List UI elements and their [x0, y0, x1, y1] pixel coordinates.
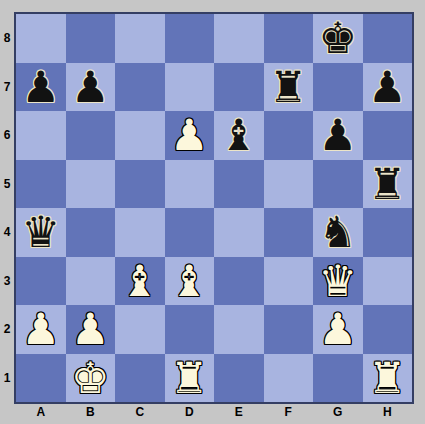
square-e3[interactable] — [214, 257, 264, 306]
square-b4[interactable] — [66, 208, 116, 257]
black-king[interactable]: ♚ — [313, 14, 363, 63]
rank-label-5: 5 — [0, 160, 14, 209]
square-c6[interactable] — [115, 111, 165, 160]
file-label-g: G — [313, 402, 363, 422]
square-b8[interactable] — [66, 14, 116, 63]
square-b7[interactable]: ♟ — [66, 63, 116, 112]
white-queen[interactable]: ♛ — [313, 257, 363, 306]
square-a6[interactable] — [16, 111, 66, 160]
file-label-b: B — [66, 402, 116, 422]
square-h4[interactable] — [363, 208, 413, 257]
square-g2[interactable]: ♟ — [313, 305, 363, 354]
white-bishop[interactable]: ♝ — [115, 257, 165, 306]
square-f4[interactable] — [264, 208, 314, 257]
square-c1[interactable] — [115, 354, 165, 403]
square-a5[interactable] — [16, 160, 66, 209]
square-h3[interactable] — [363, 257, 413, 306]
file-label-c: C — [115, 402, 165, 422]
white-pawn[interactable]: ♟ — [165, 111, 215, 160]
square-d1[interactable]: ♜ — [165, 354, 215, 403]
white-pawn[interactable]: ♟ — [16, 305, 66, 354]
file-label-a: A — [16, 402, 66, 422]
square-c4[interactable] — [115, 208, 165, 257]
rank-label-1: 1 — [0, 354, 14, 403]
square-g4[interactable]: ♞ — [313, 208, 363, 257]
square-a3[interactable] — [16, 257, 66, 306]
white-king[interactable]: ♚ — [66, 354, 116, 403]
square-e1[interactable] — [214, 354, 264, 403]
rank-label-6: 6 — [0, 111, 14, 160]
square-b6[interactable] — [66, 111, 116, 160]
square-d6[interactable]: ♟ — [165, 111, 215, 160]
square-b5[interactable] — [66, 160, 116, 209]
square-c5[interactable] — [115, 160, 165, 209]
square-a4[interactable]: ♛ — [16, 208, 66, 257]
square-h5[interactable]: ♜ — [363, 160, 413, 209]
black-knight[interactable]: ♞ — [313, 208, 363, 257]
square-g1[interactable] — [313, 354, 363, 403]
square-d7[interactable] — [165, 63, 215, 112]
square-a7[interactable]: ♟ — [16, 63, 66, 112]
black-rook[interactable]: ♜ — [264, 63, 314, 112]
rank-label-2: 2 — [0, 305, 14, 354]
black-pawn[interactable]: ♟ — [313, 111, 363, 160]
square-c2[interactable] — [115, 305, 165, 354]
square-f7[interactable]: ♜ — [264, 63, 314, 112]
black-bishop[interactable]: ♝ — [214, 111, 264, 160]
square-g7[interactable] — [313, 63, 363, 112]
square-a2[interactable]: ♟ — [16, 305, 66, 354]
square-e6[interactable]: ♝ — [214, 111, 264, 160]
file-label-d: D — [165, 402, 215, 422]
square-f2[interactable] — [264, 305, 314, 354]
square-g8[interactable]: ♚ — [313, 14, 363, 63]
square-f5[interactable] — [264, 160, 314, 209]
square-f6[interactable] — [264, 111, 314, 160]
square-e4[interactable] — [214, 208, 264, 257]
square-b1[interactable]: ♚ — [66, 354, 116, 403]
square-b2[interactable]: ♟ — [66, 305, 116, 354]
square-h1[interactable]: ♜ — [363, 354, 413, 403]
white-rook[interactable]: ♜ — [165, 354, 215, 403]
black-rook[interactable]: ♜ — [363, 160, 413, 209]
rank-label-7: 7 — [0, 63, 14, 112]
square-a1[interactable] — [16, 354, 66, 403]
chess-diagram: 87654321 ♚♟♟♜♟♟♝♟♜♛♞♝♝♛♟♟♟♚♜♜ ABCDEFGH — [0, 0, 425, 424]
white-bishop[interactable]: ♝ — [165, 257, 215, 306]
black-queen[interactable]: ♛ — [16, 208, 66, 257]
square-f1[interactable] — [264, 354, 314, 403]
square-h6[interactable] — [363, 111, 413, 160]
square-g6[interactable]: ♟ — [313, 111, 363, 160]
square-g3[interactable]: ♛ — [313, 257, 363, 306]
white-pawn[interactable]: ♟ — [313, 305, 363, 354]
square-c3[interactable]: ♝ — [115, 257, 165, 306]
square-d3[interactable]: ♝ — [165, 257, 215, 306]
black-pawn[interactable]: ♟ — [363, 63, 413, 112]
square-b3[interactable] — [66, 257, 116, 306]
square-e8[interactable] — [214, 14, 264, 63]
rank-label-8: 8 — [0, 14, 14, 63]
square-f8[interactable] — [264, 14, 314, 63]
square-d4[interactable] — [165, 208, 215, 257]
rank-label-3: 3 — [0, 257, 14, 306]
file-labels: ABCDEFGH — [16, 402, 412, 422]
square-d5[interactable] — [165, 160, 215, 209]
white-pawn[interactable]: ♟ — [66, 305, 116, 354]
square-a8[interactable] — [16, 14, 66, 63]
square-c8[interactable] — [115, 14, 165, 63]
square-e2[interactable] — [214, 305, 264, 354]
black-pawn[interactable]: ♟ — [66, 63, 116, 112]
square-c7[interactable] — [115, 63, 165, 112]
square-e7[interactable] — [214, 63, 264, 112]
file-label-f: F — [264, 402, 314, 422]
file-label-e: E — [214, 402, 264, 422]
square-h8[interactable] — [363, 14, 413, 63]
square-d8[interactable] — [165, 14, 215, 63]
rank-label-4: 4 — [0, 208, 14, 257]
rank-labels: 87654321 — [0, 14, 14, 402]
square-h7[interactable]: ♟ — [363, 63, 413, 112]
square-h2[interactable] — [363, 305, 413, 354]
square-e5[interactable] — [214, 160, 264, 209]
black-pawn[interactable]: ♟ — [16, 63, 66, 112]
file-label-h: H — [363, 402, 413, 422]
white-rook[interactable]: ♜ — [363, 354, 413, 403]
square-f3[interactable] — [264, 257, 314, 306]
square-d2[interactable] — [165, 305, 215, 354]
square-g5[interactable] — [313, 160, 363, 209]
chess-board: ♚♟♟♜♟♟♝♟♜♛♞♝♝♛♟♟♟♚♜♜ — [14, 12, 414, 404]
